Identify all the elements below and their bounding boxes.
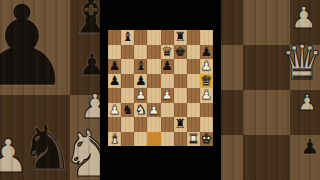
board-square-g6[interactable] (187, 59, 200, 74)
board-square-b8[interactable]: ♝ (121, 30, 134, 45)
board-square-g7[interactable] (187, 45, 200, 60)
board-square-a5[interactable]: ♟ (108, 74, 121, 89)
board-square-c2[interactable] (134, 117, 147, 132)
board-square-c6[interactable]: ♝ (134, 59, 147, 74)
black-piece-p-c5[interactable]: ♟ (135, 74, 147, 87)
board-square-b6[interactable] (121, 59, 134, 74)
board-square-b5[interactable] (121, 74, 134, 89)
board-square-g5[interactable] (187, 74, 200, 89)
board-square-d7[interactable] (147, 45, 160, 60)
board-square-g3[interactable] (187, 103, 200, 118)
board-square-d4[interactable] (147, 88, 160, 103)
black-piece-p-h7[interactable]: ♟ (201, 45, 213, 58)
board-square-g2[interactable] (187, 117, 200, 132)
black-piece-r-f8[interactable]: ♜ (174, 30, 186, 43)
white-piece-k-h1[interactable]: ♚ (201, 132, 213, 145)
board-square-h7[interactable]: ♟ (200, 45, 213, 60)
board-square-b2[interactable] (121, 117, 134, 132)
black-piece-p-a6[interactable]: ♟ (109, 59, 121, 72)
white-piece-p-c4[interactable]: ♟ (135, 88, 147, 101)
board-square-c8[interactable] (134, 30, 147, 45)
board-square-e6[interactable]: ♟ (161, 59, 174, 74)
background-square (221, 45, 243, 90)
board-square-f5[interactable] (174, 74, 187, 89)
background-square (243, 90, 290, 135)
black-piece-b-b8[interactable]: ♝ (122, 30, 134, 43)
board-square-h6[interactable]: ♟ (200, 59, 213, 74)
big-white-queen-icon: ♛ (280, 38, 320, 86)
board-square-e8[interactable] (161, 30, 174, 45)
background-square (221, 90, 243, 135)
board-square-f8[interactable]: ♜ (174, 30, 187, 45)
black-piece-q-e7[interactable]: ♛ (161, 45, 173, 58)
board-square-b4[interactable] (121, 88, 134, 103)
white-piece-r-g1[interactable]: ♜ (187, 132, 199, 145)
video-frame: ♟♝♟♟♞♞♟ ♟♛♟♟ ♝♜♛♚♟♟♝♟♟♟♟♛♟♟♟♟♞♞♟♜♝♜♚ (0, 0, 320, 180)
black-piece-b-c6[interactable]: ♝ (135, 59, 147, 72)
board-square-d6[interactable] (147, 59, 160, 74)
black-pawn-bottom-icon: ♟ (301, 137, 320, 158)
board-square-a7[interactable] (108, 45, 121, 60)
board-square-a4[interactable] (108, 88, 121, 103)
big-white-knight-icon: ♞ (61, 122, 100, 180)
white-piece-b-a1[interactable]: ♝ (109, 132, 121, 145)
board-square-a3[interactable]: ♟ (108, 103, 121, 118)
board-square-h8[interactable] (200, 30, 213, 45)
board-square-d8[interactable] (147, 30, 160, 45)
board-square-h4[interactable]: ♟ (200, 88, 213, 103)
white-piece-n-c3[interactable]: ♞ (135, 103, 147, 116)
white-piece-p-e4[interactable]: ♟ (161, 88, 173, 101)
board-square-a6[interactable]: ♟ (108, 59, 121, 74)
background-board-right-panel: ♟♛♟♟ (221, 0, 320, 180)
board-square-a8[interactable] (108, 30, 121, 45)
board-square-f4[interactable] (174, 88, 187, 103)
board-square-d1[interactable] (147, 132, 160, 147)
board-square-g4[interactable] (187, 88, 200, 103)
board-square-g8[interactable] (187, 30, 200, 45)
background-board-left-panel: ♟♝♟♟♞♞♟ (0, 0, 100, 180)
white-piece-p-a3[interactable]: ♟ (109, 103, 121, 116)
board-square-h2[interactable] (200, 117, 213, 132)
board-square-b7[interactable] (121, 45, 134, 60)
background-square (243, 135, 290, 180)
black-piece-p-a5[interactable]: ♟ (109, 74, 121, 87)
small-black-pawn-icon: ♟ (79, 50, 100, 80)
chess-board[interactable]: ♝♜♛♚♟♟♝♟♟♟♟♛♟♟♟♟♞♞♟♜♝♜♚ (108, 30, 213, 146)
board-square-d5[interactable] (147, 74, 160, 89)
board-square-h1[interactable]: ♚ (200, 132, 213, 147)
board-square-e2[interactable] (161, 117, 174, 132)
board-square-f1[interactable] (174, 132, 187, 147)
board-square-e4[interactable]: ♟ (161, 88, 174, 103)
board-square-c7[interactable] (134, 45, 147, 60)
board-square-b1[interactable] (121, 132, 134, 147)
white-pawn-mid-icon: ♟ (297, 92, 317, 114)
white-piece-p-h6[interactable]: ♟ (201, 59, 213, 72)
board-square-a1[interactable]: ♝ (108, 132, 121, 147)
white-piece-p-h4[interactable]: ♟ (201, 88, 213, 101)
board-square-h5[interactable]: ♛ (200, 74, 213, 89)
background-square (221, 0, 243, 45)
board-square-f7[interactable]: ♚ (174, 45, 187, 60)
black-piece-p-e6[interactable]: ♟ (161, 59, 173, 72)
black-bishop-clipped-icon: ♝ (68, 0, 100, 41)
board-square-h3[interactable] (200, 103, 213, 118)
board-square-e7[interactable]: ♛ (161, 45, 174, 60)
board-square-c1[interactable] (134, 132, 147, 147)
board-square-d2[interactable] (147, 117, 160, 132)
board-square-e5[interactable] (161, 74, 174, 89)
board-square-f3[interactable] (174, 103, 187, 118)
black-piece-r-f2[interactable]: ♜ (174, 117, 186, 130)
board-square-b3[interactable]: ♞ (121, 103, 134, 118)
board-square-f2[interactable]: ♜ (174, 117, 187, 132)
board-square-e3[interactable] (161, 103, 174, 118)
white-piece-q-h5[interactable]: ♛ (201, 74, 213, 87)
corner-white-pawn-icon: ♟ (0, 133, 29, 179)
big-black-pawn-icon: ♟ (0, 0, 72, 102)
board-square-e1[interactable] (161, 132, 174, 147)
black-piece-k-f7[interactable]: ♚ (174, 45, 186, 58)
black-piece-n-b3[interactable]: ♞ (122, 103, 134, 116)
background-square (221, 135, 243, 180)
board-square-a2[interactable] (108, 117, 121, 132)
board-square-f6[interactable] (174, 59, 187, 74)
board-square-g1[interactable]: ♜ (187, 132, 200, 147)
board-square-d3[interactable]: ♟ (147, 103, 160, 118)
white-piece-p-d3[interactable]: ♟ (148, 103, 160, 116)
board-square-c4[interactable]: ♟ (134, 88, 147, 103)
board-square-c5[interactable]: ♟ (134, 74, 147, 89)
board-square-c3[interactable]: ♞ (134, 103, 147, 118)
white-pawn-top-icon: ♟ (291, 3, 318, 33)
